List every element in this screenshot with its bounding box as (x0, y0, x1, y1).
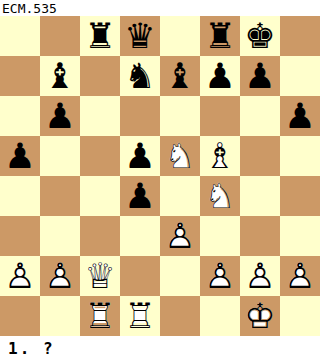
square-c8[interactable]: ♜ (80, 16, 120, 56)
square-g7[interactable]: ♟ (240, 56, 280, 96)
square-c4[interactable] (80, 176, 120, 216)
move-bar: 1. ? (0, 336, 320, 360)
square-a2[interactable]: ♟♙ (0, 256, 40, 296)
square-h4[interactable] (280, 176, 320, 216)
square-e7[interactable]: ♝ (160, 56, 200, 96)
square-a1[interactable] (0, 296, 40, 336)
square-a7[interactable] (0, 56, 40, 96)
square-b5[interactable] (40, 136, 80, 176)
square-e3[interactable]: ♟♙ (160, 216, 200, 256)
white-rook-icon: ♜♖ (120, 296, 160, 336)
square-h5[interactable] (280, 136, 320, 176)
square-d3[interactable] (120, 216, 160, 256)
square-g3[interactable] (240, 216, 280, 256)
square-c2[interactable]: ♛♕ (80, 256, 120, 296)
square-d5[interactable]: ♟ (120, 136, 160, 176)
square-f4[interactable]: ♞♘ (200, 176, 240, 216)
square-d6[interactable] (120, 96, 160, 136)
square-b7[interactable]: ♝ (40, 56, 80, 96)
black-pawn-icon: ♟ (124, 176, 155, 216)
black-knight-icon: ♞ (124, 56, 155, 96)
square-g8[interactable]: ♚ (240, 16, 280, 56)
square-e4[interactable] (160, 176, 200, 216)
square-f1[interactable] (200, 296, 240, 336)
black-pawn-icon: ♟ (244, 56, 275, 96)
square-f3[interactable] (200, 216, 240, 256)
black-pawn-icon: ♟ (4, 136, 35, 176)
white-queen-icon: ♛♕ (80, 256, 120, 296)
black-rook-icon: ♜ (204, 16, 235, 56)
square-e6[interactable] (160, 96, 200, 136)
square-d8[interactable]: ♛ (120, 16, 160, 56)
white-pawn-icon: ♟♙ (40, 256, 80, 296)
square-e1[interactable] (160, 296, 200, 336)
white-pawn-icon: ♟♙ (0, 256, 40, 296)
white-rook-icon: ♜♖ (80, 296, 120, 336)
black-bishop-icon: ♝ (164, 56, 195, 96)
square-f6[interactable] (200, 96, 240, 136)
black-pawn-icon: ♟ (124, 136, 155, 176)
square-a3[interactable] (0, 216, 40, 256)
square-a6[interactable] (0, 96, 40, 136)
square-g4[interactable] (240, 176, 280, 216)
black-pawn-icon: ♟ (284, 96, 315, 136)
square-h6[interactable]: ♟ (280, 96, 320, 136)
move-prompt: 1. ? (8, 339, 55, 358)
square-c3[interactable] (80, 216, 120, 256)
square-f2[interactable]: ♟♙ (200, 256, 240, 296)
white-pawn-icon: ♟♙ (160, 216, 200, 256)
square-h3[interactable] (280, 216, 320, 256)
square-f5[interactable]: ♝♗ (200, 136, 240, 176)
square-b8[interactable] (40, 16, 80, 56)
square-c6[interactable] (80, 96, 120, 136)
black-pawn-icon: ♟ (204, 56, 235, 96)
square-b2[interactable]: ♟♙ (40, 256, 80, 296)
page-title: ECM.535 (2, 1, 57, 16)
square-h2[interactable]: ♟♙ (280, 256, 320, 296)
square-d7[interactable]: ♞ (120, 56, 160, 96)
square-a4[interactable] (0, 176, 40, 216)
square-b6[interactable]: ♟ (40, 96, 80, 136)
square-d2[interactable] (120, 256, 160, 296)
square-a8[interactable] (0, 16, 40, 56)
square-d4[interactable]: ♟ (120, 176, 160, 216)
square-e5[interactable]: ♞♘ (160, 136, 200, 176)
square-g6[interactable] (240, 96, 280, 136)
title-bar: ECM.535 (0, 0, 320, 16)
square-f7[interactable]: ♟ (200, 56, 240, 96)
black-rook-icon: ♜ (84, 16, 115, 56)
square-h1[interactable] (280, 296, 320, 336)
black-bishop-icon: ♝ (44, 56, 75, 96)
square-h8[interactable] (280, 16, 320, 56)
square-c1[interactable]: ♜♖ (80, 296, 120, 336)
square-g1[interactable]: ♚♔ (240, 296, 280, 336)
square-a5[interactable]: ♟ (0, 136, 40, 176)
square-g2[interactable]: ♟♙ (240, 256, 280, 296)
white-king-icon: ♚♔ (240, 296, 280, 336)
black-queen-icon: ♛ (124, 16, 155, 56)
square-g5[interactable] (240, 136, 280, 176)
square-e8[interactable] (160, 16, 200, 56)
black-pawn-icon: ♟ (44, 96, 75, 136)
white-knight-icon: ♞♘ (200, 176, 240, 216)
black-king-icon: ♚ (244, 16, 275, 56)
square-e2[interactable] (160, 256, 200, 296)
square-d1[interactable]: ♜♖ (120, 296, 160, 336)
square-b3[interactable] (40, 216, 80, 256)
square-h7[interactable] (280, 56, 320, 96)
square-b1[interactable] (40, 296, 80, 336)
white-bishop-icon: ♝♗ (200, 136, 240, 176)
square-c7[interactable] (80, 56, 120, 96)
white-pawn-icon: ♟♙ (280, 256, 320, 296)
chess-board: ♜♛♜♚♝♞♝♟♟♟♟♟♟♞♘♝♗♟♞♘♟♙♟♙♟♙♛♕♟♙♟♙♟♙♜♖♜♖♚♔ (0, 16, 320, 336)
square-b4[interactable] (40, 176, 80, 216)
white-knight-icon: ♞♘ (160, 136, 200, 176)
square-c5[interactable] (80, 136, 120, 176)
white-pawn-icon: ♟♙ (240, 256, 280, 296)
square-f8[interactable]: ♜ (200, 16, 240, 56)
white-pawn-icon: ♟♙ (200, 256, 240, 296)
